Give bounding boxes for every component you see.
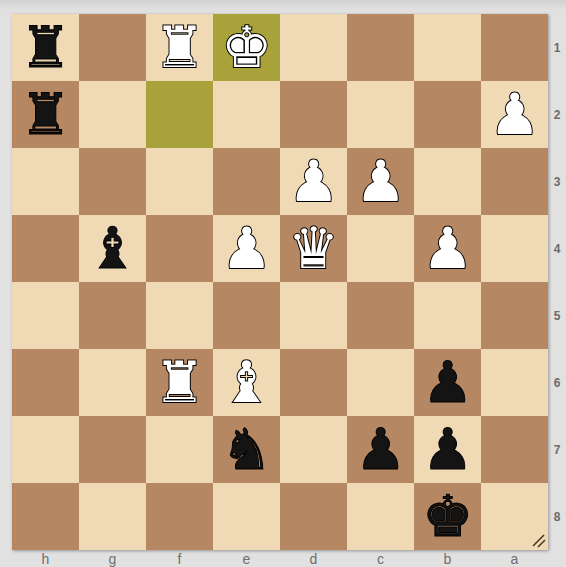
square-g3[interactable] — [79, 148, 146, 215]
square-e7[interactable]: ♞ — [213, 416, 280, 483]
file-label-a: a — [481, 550, 548, 567]
square-h6[interactable] — [12, 349, 79, 416]
rank-label-2: 2 — [548, 81, 566, 148]
chess-app-window: ♜♜♚♜♟♟♟♝♟♛♟♜♝♟♞♟♟♚ hgfedcba 12345678 — [0, 0, 566, 567]
square-e5[interactable] — [213, 282, 280, 349]
rank-label-8: 8 — [548, 483, 566, 550]
square-h3[interactable] — [12, 148, 79, 215]
square-h4[interactable] — [12, 215, 79, 282]
file-label-b: b — [414, 550, 481, 567]
square-b5[interactable] — [414, 282, 481, 349]
square-f4[interactable] — [146, 215, 213, 282]
piece-white-king[interactable]: ♚ — [221, 19, 272, 76]
square-b4[interactable]: ♟ — [414, 215, 481, 282]
piece-white-pawn[interactable]: ♟ — [422, 220, 473, 277]
rank-label-3: 3 — [548, 148, 566, 215]
square-a6[interactable] — [481, 349, 548, 416]
square-b1[interactable] — [414, 14, 481, 81]
square-e4[interactable]: ♟ — [213, 215, 280, 282]
square-d5[interactable] — [280, 282, 347, 349]
square-g8[interactable] — [79, 483, 146, 550]
piece-black-pawn[interactable]: ♟ — [422, 354, 473, 411]
square-d1[interactable] — [280, 14, 347, 81]
rank-label-1: 1 — [548, 14, 566, 81]
piece-white-pawn[interactable]: ♟ — [355, 153, 406, 210]
resize-handle-icon[interactable] — [532, 534, 546, 548]
square-g5[interactable] — [79, 282, 146, 349]
piece-white-pawn[interactable]: ♟ — [489, 86, 540, 143]
square-c2[interactable] — [347, 81, 414, 148]
square-g1[interactable] — [79, 14, 146, 81]
square-h2[interactable]: ♜ — [12, 81, 79, 148]
file-labels: hgfedcba — [12, 550, 548, 567]
square-c6[interactable] — [347, 349, 414, 416]
square-a1[interactable] — [481, 14, 548, 81]
file-label-h: h — [12, 550, 79, 567]
piece-black-rook[interactable]: ♜ — [20, 19, 71, 76]
square-d7[interactable] — [280, 416, 347, 483]
square-h7[interactable] — [12, 416, 79, 483]
square-d2[interactable] — [280, 81, 347, 148]
file-label-d: d — [280, 550, 347, 567]
file-label-e: e — [213, 550, 280, 567]
square-b3[interactable] — [414, 148, 481, 215]
file-label-g: g — [79, 550, 146, 567]
square-b7[interactable]: ♟ — [414, 416, 481, 483]
piece-white-pawn[interactable]: ♟ — [221, 220, 272, 277]
square-b6[interactable]: ♟ — [414, 349, 481, 416]
square-d8[interactable] — [280, 483, 347, 550]
piece-black-pawn[interactable]: ♟ — [422, 421, 473, 478]
square-a3[interactable] — [481, 148, 548, 215]
piece-white-bishop[interactable]: ♝ — [221, 354, 272, 411]
rank-label-7: 7 — [548, 416, 566, 483]
square-c8[interactable] — [347, 483, 414, 550]
square-d4[interactable]: ♛ — [280, 215, 347, 282]
square-e8[interactable] — [213, 483, 280, 550]
square-e6[interactable]: ♝ — [213, 349, 280, 416]
rank-labels: 12345678 — [548, 14, 566, 550]
rank-label-5: 5 — [548, 282, 566, 349]
square-e3[interactable] — [213, 148, 280, 215]
square-f7[interactable] — [146, 416, 213, 483]
file-label-f: f — [146, 550, 213, 567]
square-f5[interactable] — [146, 282, 213, 349]
square-c1[interactable] — [347, 14, 414, 81]
square-e1[interactable]: ♚ — [213, 14, 280, 81]
square-h5[interactable] — [12, 282, 79, 349]
rank-label-4: 4 — [548, 215, 566, 282]
square-f1[interactable]: ♜ — [146, 14, 213, 81]
piece-white-pawn[interactable]: ♟ — [288, 153, 339, 210]
square-g6[interactable] — [79, 349, 146, 416]
file-label-c: c — [347, 550, 414, 567]
square-h8[interactable] — [12, 483, 79, 550]
square-b8[interactable]: ♚ — [414, 483, 481, 550]
square-d3[interactable]: ♟ — [280, 148, 347, 215]
square-f2[interactable] — [146, 81, 213, 148]
square-c5[interactable] — [347, 282, 414, 349]
square-a4[interactable] — [481, 215, 548, 282]
piece-black-pawn[interactable]: ♟ — [355, 421, 406, 478]
piece-white-rook[interactable]: ♜ — [154, 19, 205, 76]
piece-white-rook[interactable]: ♜ — [154, 354, 205, 411]
square-a7[interactable] — [481, 416, 548, 483]
rank-label-6: 6 — [548, 349, 566, 416]
square-d6[interactable] — [280, 349, 347, 416]
square-a2[interactable]: ♟ — [481, 81, 548, 148]
piece-black-king[interactable]: ♚ — [422, 488, 473, 545]
piece-black-bishop[interactable]: ♝ — [87, 220, 138, 277]
square-f3[interactable] — [146, 148, 213, 215]
square-c4[interactable] — [347, 215, 414, 282]
square-g7[interactable] — [79, 416, 146, 483]
chess-board: ♜♜♚♜♟♟♟♝♟♛♟♜♝♟♞♟♟♚ — [12, 14, 548, 550]
square-e2[interactable] — [213, 81, 280, 148]
piece-black-rook[interactable]: ♜ — [20, 86, 71, 143]
square-c7[interactable]: ♟ — [347, 416, 414, 483]
square-h1[interactable]: ♜ — [12, 14, 79, 81]
square-a5[interactable] — [481, 282, 548, 349]
square-g2[interactable] — [79, 81, 146, 148]
square-c3[interactable]: ♟ — [347, 148, 414, 215]
square-g4[interactable]: ♝ — [79, 215, 146, 282]
square-f8[interactable] — [146, 483, 213, 550]
piece-white-queen[interactable]: ♛ — [288, 220, 339, 277]
square-b2[interactable] — [414, 81, 481, 148]
square-f6[interactable]: ♜ — [146, 349, 213, 416]
piece-black-knight[interactable]: ♞ — [221, 421, 272, 478]
